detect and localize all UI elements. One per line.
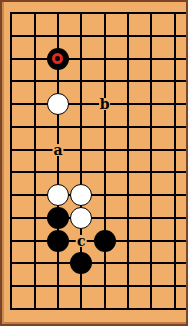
intersection-r1c5 [93,2,116,25]
marked-black-stone [47,48,69,70]
intersection-r3c8 [163,47,186,70]
intersection-r9c4 [70,184,93,207]
intersection-r10c7 [140,207,163,230]
intersection-r14c6 [116,298,139,321]
intersection-r3c3 [46,47,69,70]
intersection-r8c1 [0,161,23,184]
white-stone [47,184,69,206]
intersection-r10c2 [23,207,46,230]
intersection-r4c3 [46,70,69,93]
intersection-r5c8 [163,93,186,116]
intersection-r8c5 [93,161,116,184]
circle-marker [52,53,63,64]
intersection-r12c7 [140,252,163,275]
intersection-r10c4 [70,207,93,230]
intersection-r2c8 [163,24,186,47]
intersection-r3c1 [0,47,23,70]
intersection-r10c8 [163,207,186,230]
intersection-r4c5 [93,70,116,93]
intersection-r2c7 [140,24,163,47]
intersection-r12c1 [0,252,23,275]
intersection-r9c6 [116,184,139,207]
black-stone [70,252,92,274]
intersection-r10c5 [93,207,116,230]
intersection-r13c5 [93,275,116,298]
intersection-r10c6 [116,207,139,230]
intersection-r1c7 [140,2,163,25]
intersection-r8c2 [23,161,46,184]
intersection-r6c3 [46,115,69,138]
intersection-r11c8 [163,229,186,252]
intersection-r5c3 [46,93,69,116]
intersection-r1c6 [116,2,139,25]
intersection-r13c7 [140,275,163,298]
intersection-r5c5: b [93,93,116,116]
intersection-r5c1 [0,93,23,116]
intersection-r2c2 [23,24,46,47]
intersection-r8c8 [163,161,186,184]
intersection-r7c6 [116,138,139,161]
intersection-r10c1 [0,207,23,230]
intersection-r9c1 [0,184,23,207]
intersection-r4c4 [70,70,93,93]
intersection-r7c5 [93,138,116,161]
intersection-r8c6 [116,161,139,184]
intersection-r12c6 [116,252,139,275]
intersection-r14c3 [46,298,69,321]
intersection-r13c6 [116,275,139,298]
intersection-r1c4 [70,2,93,25]
intersection-r1c3 [46,2,69,25]
intersection-r2c5 [93,24,116,47]
intersection-r13c3 [46,275,69,298]
intersection-r2c1 [0,24,23,47]
intersection-r10c3 [46,207,69,230]
intersection-r13c8 [163,275,186,298]
go-board-frame: bac [0,0,188,326]
point-label-c: c [76,235,87,247]
intersection-r11c2 [23,229,46,252]
intersection-r13c2 [23,275,46,298]
intersection-r7c8 [163,138,186,161]
intersection-r2c6 [116,24,139,47]
white-stone [47,93,69,115]
point-label-a: a [52,144,63,156]
intersection-r4c8 [163,70,186,93]
intersection-r6c7 [140,115,163,138]
intersection-r5c2 [23,93,46,116]
intersection-r2c4 [70,24,93,47]
intersection-r9c5 [93,184,116,207]
intersection-r4c2 [23,70,46,93]
intersection-r1c1 [0,2,23,25]
intersection-r11c3 [46,229,69,252]
intersection-r6c5 [93,115,116,138]
intersection-r4c1 [0,70,23,93]
intersection-r11c4: c [70,229,93,252]
intersection-r13c1 [0,275,23,298]
intersection-r7c2 [23,138,46,161]
intersection-r8c3 [46,161,69,184]
black-stone [94,230,116,252]
intersection-r3c5 [93,47,116,70]
intersection-r12c8 [163,252,186,275]
intersection-r14c4 [70,298,93,321]
intersection-r5c4 [70,93,93,116]
intersection-r1c2 [23,2,46,25]
intersection-r5c6 [116,93,139,116]
intersection-r3c7 [140,47,163,70]
intersection-r2c3 [46,24,69,47]
intersection-r9c3 [46,184,69,207]
intersection-r1c8 [163,2,186,25]
intersection-r14c7 [140,298,163,321]
intersection-r14c8 [163,298,186,321]
intersection-r7c1 [0,138,23,161]
intersection-r9c8 [163,184,186,207]
intersection-r11c1 [0,229,23,252]
intersection-r11c5 [93,229,116,252]
intersection-r7c7 [140,138,163,161]
intersection-r12c3 [46,252,69,275]
intersection-r12c4 [70,252,93,275]
intersection-r6c6 [116,115,139,138]
intersection-r6c2 [23,115,46,138]
intersection-r8c4 [70,161,93,184]
black-stone [47,230,69,252]
intersection-r14c5 [93,298,116,321]
intersection-r14c1 [0,298,23,321]
intersection-r4c7 [140,70,163,93]
intersection-r6c4 [70,115,93,138]
intersection-r4c6 [116,70,139,93]
white-stone [70,184,92,206]
intersection-r9c7 [140,184,163,207]
intersection-r7c4 [70,138,93,161]
intersection-r12c2 [23,252,46,275]
intersection-r3c2 [23,47,46,70]
intersection-r8c7 [140,161,163,184]
go-board: bac [0,2,186,321]
intersection-r11c7 [140,229,163,252]
intersection-r9c2 [23,184,46,207]
intersection-r7c3: a [46,138,69,161]
intersection-r11c6 [116,229,139,252]
intersection-r6c8 [163,115,186,138]
intersection-r5c7 [140,93,163,116]
intersection-r13c4 [70,275,93,298]
white-stone [70,207,92,229]
intersection-r3c4 [70,47,93,70]
black-stone [47,207,69,229]
intersection-r14c2 [23,298,46,321]
intersection-r12c5 [93,252,116,275]
intersection-r6c1 [0,115,23,138]
intersection-r3c6 [116,47,139,70]
point-label-b: b [99,98,111,110]
